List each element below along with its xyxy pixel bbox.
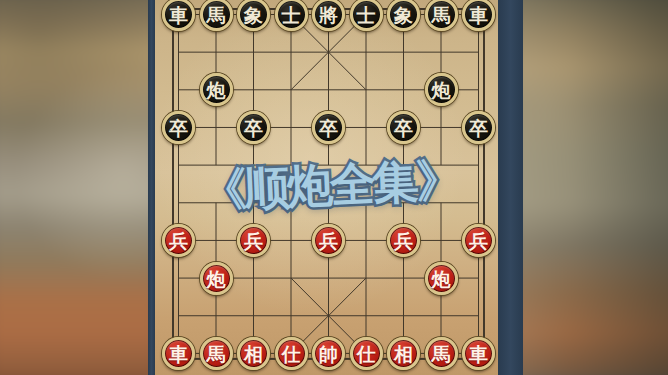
piece-glyph: 卒 — [319, 118, 338, 137]
piece-glyph: 相 — [244, 344, 263, 363]
piece-black-chariot[interactable]: 車 — [462, 0, 495, 31]
piece-glyph: 將 — [319, 6, 338, 25]
piece-red-cannon[interactable]: 炮 — [200, 262, 233, 295]
piece-red-soldier[interactable]: 兵 — [462, 224, 495, 257]
piece-red-elephant[interactable]: 相 — [237, 337, 270, 370]
piece-glyph: 象 — [244, 6, 263, 25]
piece-black-advisor[interactable]: 士 — [350, 0, 383, 31]
piece-black-soldier[interactable]: 卒 — [237, 111, 270, 144]
piece-red-horse[interactable]: 馬 — [425, 337, 458, 370]
piece-red-soldier[interactable]: 兵 — [162, 224, 195, 257]
piece-glyph: 車 — [169, 6, 188, 25]
piece-black-horse[interactable]: 馬 — [425, 0, 458, 31]
piece-black-chariot[interactable]: 車 — [162, 0, 195, 31]
piece-glyph: 車 — [169, 344, 188, 363]
piece-glyph: 兵 — [244, 231, 263, 250]
piece-glyph: 仕 — [282, 344, 301, 363]
piece-glyph: 仕 — [357, 344, 376, 363]
piece-glyph: 卒 — [469, 118, 488, 137]
piece-glyph: 卒 — [244, 118, 263, 137]
piece-black-advisor[interactable]: 士 — [275, 0, 308, 31]
piece-red-soldier[interactable]: 兵 — [237, 224, 270, 257]
piece-red-soldier[interactable]: 兵 — [312, 224, 345, 257]
piece-black-horse[interactable]: 馬 — [200, 0, 233, 31]
piece-glyph: 兵 — [319, 231, 338, 250]
piece-glyph: 車 — [469, 344, 488, 363]
piece-black-cannon[interactable]: 炮 — [200, 73, 233, 106]
piece-glyph: 車 — [469, 6, 488, 25]
background-blur-left — [0, 0, 148, 375]
piece-glyph: 相 — [394, 344, 413, 363]
piece-glyph: 士 — [357, 6, 376, 25]
xiangqi-video-frame: 車馬象士將士象馬車炮炮卒卒卒卒卒兵兵兵兵兵炮炮車馬相仕帥仕相馬車 《顺炮全集》 — [0, 0, 668, 375]
piece-glyph: 炮 — [207, 269, 226, 288]
piece-glyph: 帥 — [319, 344, 338, 363]
piece-glyph: 卒 — [169, 118, 188, 137]
piece-red-general[interactable]: 帥 — [312, 337, 345, 370]
piece-black-general[interactable]: 將 — [312, 0, 345, 31]
piece-black-elephant[interactable]: 象 — [387, 0, 420, 31]
piece-red-elephant[interactable]: 相 — [387, 337, 420, 370]
background-blur-right-fill — [523, 0, 668, 375]
piece-glyph: 馬 — [207, 6, 226, 25]
piece-black-soldier[interactable]: 卒 — [462, 111, 495, 144]
piece-glyph: 兵 — [469, 231, 488, 250]
piece-black-soldier[interactable]: 卒 — [162, 111, 195, 144]
piece-glyph: 炮 — [432, 81, 451, 100]
piece-red-cannon[interactable]: 炮 — [425, 262, 458, 295]
piece-glyph: 馬 — [432, 6, 451, 25]
piece-red-chariot[interactable]: 車 — [462, 337, 495, 370]
piece-glyph: 兵 — [394, 231, 413, 250]
piece-black-soldier[interactable]: 卒 — [312, 111, 345, 144]
piece-glyph: 炮 — [207, 81, 226, 100]
background-blur-left-fill — [0, 0, 148, 375]
piece-black-elephant[interactable]: 象 — [237, 0, 270, 31]
piece-glyph: 炮 — [432, 269, 451, 288]
piece-glyph: 士 — [282, 6, 301, 25]
piece-glyph: 兵 — [169, 231, 188, 250]
piece-red-horse[interactable]: 馬 — [200, 337, 233, 370]
piece-red-advisor[interactable]: 仕 — [275, 337, 308, 370]
piece-red-chariot[interactable]: 車 — [162, 337, 195, 370]
piece-red-advisor[interactable]: 仕 — [350, 337, 383, 370]
piece-black-soldier[interactable]: 卒 — [387, 111, 420, 144]
letterbox-bar-right — [498, 0, 523, 375]
letterbox-bar-left — [148, 0, 155, 375]
background-blur-right — [523, 0, 668, 375]
piece-red-soldier[interactable]: 兵 — [387, 224, 420, 257]
piece-black-cannon[interactable]: 炮 — [425, 73, 458, 106]
piece-glyph: 卒 — [394, 118, 413, 137]
piece-glyph: 象 — [394, 6, 413, 25]
piece-glyph: 馬 — [207, 344, 226, 363]
piece-glyph: 馬 — [432, 344, 451, 363]
overlay-title: 《顺炮全集》 — [200, 149, 460, 222]
